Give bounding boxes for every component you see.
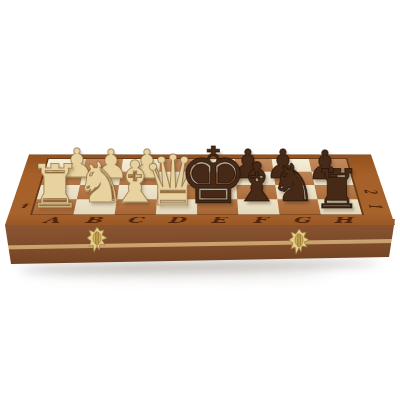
box-front-panel — [5, 219, 395, 265]
brass-clasp-right-icon — [288, 228, 310, 256]
white-rook-a1[interactable]: ♜ — [28, 156, 82, 216]
rank-label-right-1: 1 — [364, 202, 387, 211]
pieces-layer: ♟♟♟♟♟♟♜♞♝♛♚♝♞♜ — [0, 0, 400, 400]
black-knight-g1[interactable]: ♞ — [270, 157, 317, 209]
black-rook-h1[interactable]: ♜ — [313, 163, 361, 217]
rank-label-right-2: 2 — [359, 187, 381, 195]
product-photo-canvas: ABCDEFGH 1 1 2 ♟♟♟♟♟♟♜♞♝♛♚♝♞♜ — [0, 0, 400, 400]
brass-clasp-left-icon — [86, 226, 108, 254]
